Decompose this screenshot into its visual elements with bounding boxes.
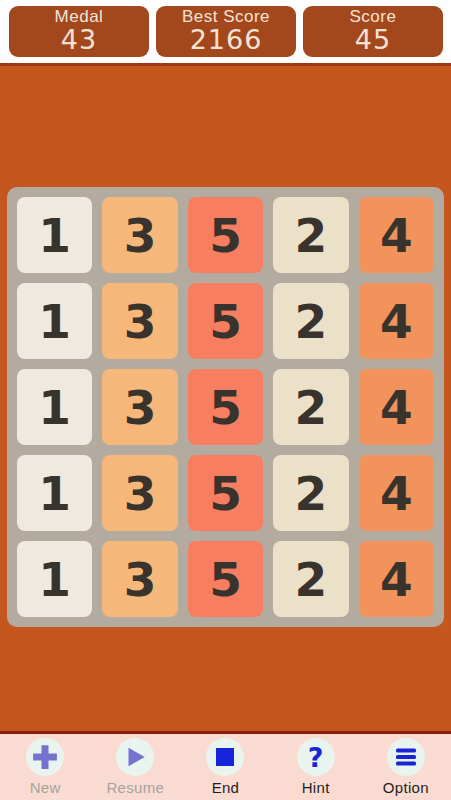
- tile-r2c5[interactable]: 4: [359, 283, 434, 359]
- hint-label: Hint: [302, 779, 330, 796]
- end-button[interactable]: End: [190, 738, 260, 796]
- tile-r3c5[interactable]: 4: [359, 369, 434, 445]
- hint-button[interactable]: ? Hint: [281, 738, 351, 796]
- best-score-box: Best Score 2166: [156, 6, 296, 57]
- tile-r3c2[interactable]: 3: [102, 369, 177, 445]
- tile-r3c1[interactable]: 1: [17, 369, 92, 445]
- tile-r2c3[interactable]: 5: [188, 283, 263, 359]
- score-header: Medal 43 Best Score 2166 Score 45: [0, 0, 451, 63]
- play-area: 1352413524135241352413524: [0, 63, 451, 731]
- medal-value: 43: [61, 26, 97, 54]
- tile-r4c3[interactable]: 5: [188, 455, 263, 531]
- tile-r3c4[interactable]: 2: [273, 369, 348, 445]
- medal-box: Medal 43: [9, 6, 149, 57]
- resume-button[interactable]: Resume: [100, 738, 170, 796]
- tile-r3c3[interactable]: 5: [188, 369, 263, 445]
- stop-square-icon: [206, 738, 244, 776]
- plus-icon: [26, 738, 64, 776]
- question-icon: ?: [297, 738, 335, 776]
- play-icon: [116, 738, 154, 776]
- tile-r1c3[interactable]: 5: [188, 197, 263, 273]
- tile-r4c5[interactable]: 4: [359, 455, 434, 531]
- end-label: End: [212, 779, 240, 796]
- board-grid[interactable]: 1352413524135241352413524: [7, 187, 444, 627]
- toolbar: New Resume End ? Hint Option: [0, 731, 451, 800]
- tile-r5c5[interactable]: 4: [359, 541, 434, 617]
- tile-r2c4[interactable]: 2: [273, 283, 348, 359]
- tile-r2c2[interactable]: 3: [102, 283, 177, 359]
- resume-label: Resume: [106, 779, 164, 796]
- tile-r2c1[interactable]: 1: [17, 283, 92, 359]
- menu-icon: [387, 738, 425, 776]
- option-button[interactable]: Option: [371, 738, 441, 796]
- tile-r4c4[interactable]: 2: [273, 455, 348, 531]
- tile-r4c1[interactable]: 1: [17, 455, 92, 531]
- option-label: Option: [383, 779, 429, 796]
- best-score-value: 2166: [190, 26, 263, 54]
- tile-r1c1[interactable]: 1: [17, 197, 92, 273]
- new-label: New: [30, 779, 61, 796]
- tile-r5c4[interactable]: 2: [273, 541, 348, 617]
- tile-r5c1[interactable]: 1: [17, 541, 92, 617]
- tile-r1c4[interactable]: 2: [273, 197, 348, 273]
- score-value: 45: [355, 26, 391, 54]
- new-button[interactable]: New: [10, 738, 80, 796]
- tile-r1c2[interactable]: 3: [102, 197, 177, 273]
- tile-r5c3[interactable]: 5: [188, 541, 263, 617]
- tile-r1c5[interactable]: 4: [359, 197, 434, 273]
- tile-r5c2[interactable]: 3: [102, 541, 177, 617]
- tile-r4c2[interactable]: 3: [102, 455, 177, 531]
- score-box: Score 45: [303, 6, 443, 57]
